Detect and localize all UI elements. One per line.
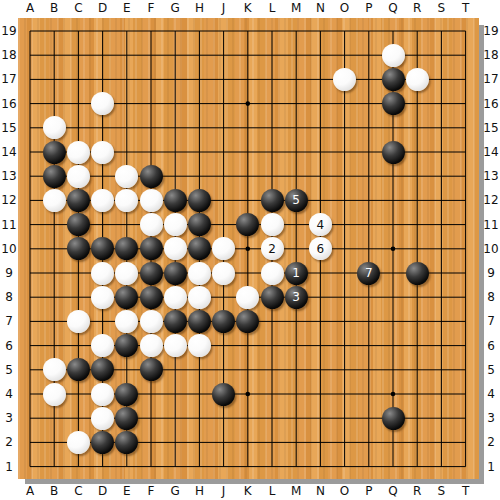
stone-white [140,213,163,236]
stone-black [382,68,405,91]
coord-label-left: 8 [5,291,13,303]
stone-white [261,262,284,285]
coord-label-top: Q [388,2,397,14]
coord-label-top: F [148,2,155,14]
stone-black [382,141,405,164]
coord-label-bottom: L [269,485,276,497]
star-point [391,247,396,252]
coord-label-left: 16 [1,98,16,110]
stone-white [188,262,211,285]
stone-white [91,383,114,406]
stone-black [382,92,405,115]
move-number-label: 1 [292,267,300,279]
coord-label-right: 14 [483,146,498,158]
coord-label-right: 18 [483,49,498,61]
move-number-label: 3 [292,291,300,303]
stone-black [188,189,211,212]
coord-label-left: 11 [1,219,16,231]
stone-white [67,165,90,188]
stone-black [115,286,138,309]
star-point [391,392,396,397]
coord-label-top: A [26,2,34,14]
stone-black [164,262,187,285]
coord-label-left: 14 [1,146,16,158]
stone-black [382,407,405,430]
stone-white [333,68,356,91]
coord-label-right: 17 [483,73,498,85]
coord-label-bottom: T [462,485,469,497]
coord-label-bottom: K [244,485,252,497]
coord-label-left: 17 [1,73,16,85]
coord-label-bottom: B [50,485,58,497]
coord-label-top: M [291,2,301,14]
stone-white [140,334,163,357]
coord-label-bottom: H [195,485,204,497]
go-board: 5426173 [18,18,479,479]
stone-white [91,262,114,285]
stone-black [164,310,187,333]
stone-black [115,407,138,430]
stone-white [91,141,114,164]
coord-label-right: 2 [487,436,495,448]
stone-black [261,189,284,212]
stone-black: 1 [285,262,308,285]
coord-label-bottom: F [148,485,155,497]
coord-label-left: 10 [1,243,16,255]
star-point [246,101,251,106]
coord-label-top: T [462,2,469,14]
coord-label-bottom: O [340,485,349,497]
stone-black [188,310,211,333]
stone-black [164,189,187,212]
stone-black [212,383,235,406]
coord-label-right: 6 [487,340,495,352]
star-point [246,392,251,397]
stone-white [164,286,187,309]
coord-label-right: 5 [487,364,495,376]
move-number-label: 6 [317,243,325,255]
coord-label-top: C [74,2,82,14]
stone-white [67,141,90,164]
stone-black [43,141,66,164]
coord-label-top: R [413,2,421,14]
coord-label-bottom: E [123,485,131,497]
star-point [246,247,251,252]
stone-black [406,262,429,285]
coord-label-right: 13 [483,170,498,182]
stone-white [236,286,259,309]
coord-label-bottom: R [413,485,421,497]
stone-white [115,262,138,285]
stone-white [91,286,114,309]
stone-white [91,407,114,430]
stone-white: 4 [309,213,332,236]
stone-black [140,237,163,260]
coord-label-bottom: M [291,485,301,497]
coord-label-left: 2 [5,436,13,448]
coord-label-left: 9 [5,267,13,279]
coord-label-top: O [340,2,349,14]
stone-black [140,358,163,381]
stone-black [140,286,163,309]
coord-label-top: B [50,2,58,14]
coord-label-right: 7 [487,315,495,327]
stone-black: 7 [357,262,380,285]
coord-label-right: 9 [487,267,495,279]
coord-label-bottom: P [365,485,372,497]
stone-white [43,383,66,406]
coord-label-bottom: G [171,485,180,497]
coord-label-left: 19 [1,25,16,37]
stone-black [212,310,235,333]
coord-label-bottom: N [316,485,325,497]
stone-white [212,262,235,285]
coord-label-left: 13 [1,170,16,182]
stone-white [67,431,90,454]
stone-black [188,213,211,236]
stone-white [188,334,211,357]
stone-white [164,334,187,357]
coord-label-left: 5 [5,364,13,376]
coord-label-bottom: D [98,485,107,497]
stone-black: 5 [285,189,308,212]
stone-black [67,213,90,236]
stone-black [43,165,66,188]
coord-label-top: H [195,2,204,14]
stone-white [188,286,211,309]
stone-white [43,189,66,212]
stone-white [140,189,163,212]
stone-white: 2 [261,237,284,260]
coord-label-right: 15 [483,122,498,134]
coord-label-top: J [222,2,226,14]
coord-label-left: 7 [5,315,13,327]
coord-label-left: 1 [5,461,13,473]
go-diagram-page: 5426173 AABBCCDDEEFFGGHHJJKKLLMMNNOOPPQQ… [0,0,500,500]
move-number-label: 7 [365,267,373,279]
stone-white [140,310,163,333]
coord-label-bottom: Q [388,485,397,497]
stone-white [43,116,66,139]
stone-white [261,213,284,236]
coord-label-top: S [438,2,446,14]
stone-white [406,68,429,91]
coord-label-left: 15 [1,122,16,134]
coord-label-left: 3 [5,412,13,424]
coord-label-top: E [123,2,131,14]
coord-label-top: D [98,2,107,14]
coord-label-right: 11 [483,219,498,231]
stone-white [67,310,90,333]
stone-black: 3 [285,286,308,309]
move-number-label: 2 [268,243,276,255]
coord-label-left: 4 [5,388,13,400]
stone-white [164,213,187,236]
coord-label-right: 4 [487,388,495,400]
stone-white [91,189,114,212]
coord-label-top: N [316,2,325,14]
coord-label-bottom: S [438,485,446,497]
coord-label-left: 18 [1,49,16,61]
coord-label-left: 12 [1,194,16,206]
stone-white [115,165,138,188]
stone-white [382,44,405,67]
move-number-label: 5 [292,194,300,206]
coord-label-right: 3 [487,412,495,424]
coord-label-top: L [269,2,276,14]
coord-label-bottom: A [26,485,34,497]
coord-label-right: 10 [483,243,498,255]
coord-label-bottom: J [222,485,226,497]
coord-label-right: 16 [483,98,498,110]
stone-black [67,189,90,212]
coord-label-bottom: C [74,485,82,497]
coord-label-top: K [244,2,252,14]
stone-black [115,383,138,406]
stone-black [261,286,284,309]
coord-label-left: 6 [5,340,13,352]
stone-black [140,262,163,285]
stone-black [140,165,163,188]
coord-label-top: P [365,2,372,14]
stone-white [43,358,66,381]
coord-label-right: 19 [483,25,498,37]
coord-label-right: 1 [487,461,495,473]
coord-label-right: 8 [487,291,495,303]
coord-label-right: 12 [483,194,498,206]
coord-label-top: G [171,2,180,14]
stone-black [91,431,114,454]
stone-white [164,237,187,260]
move-number-label: 4 [317,219,325,231]
